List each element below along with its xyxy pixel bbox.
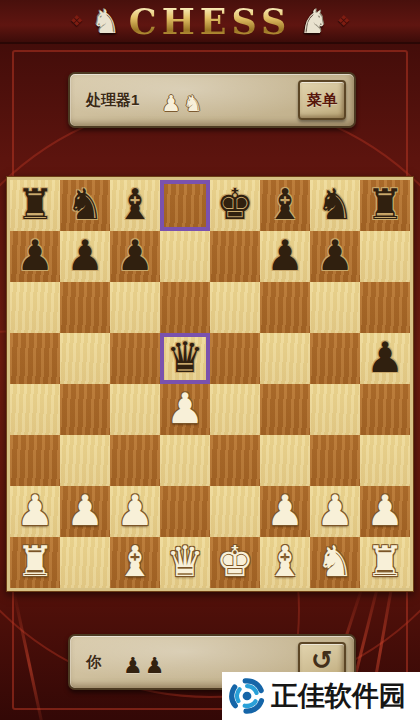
square-e1[interactable]: ♚	[210, 537, 260, 588]
title-bar: ❖ ♞ CHESS ♞ ❖	[0, 0, 420, 44]
square-g1[interactable]: ♞	[310, 537, 360, 588]
square-h2[interactable]: ♟	[360, 486, 410, 537]
square-a2[interactable]: ♟	[10, 486, 60, 537]
captured-white-knight-icon: ♞	[183, 93, 203, 115]
square-d8[interactable]	[160, 180, 210, 231]
black-knight-piece[interactable]: ♞	[66, 184, 104, 226]
captured-black-pawn-icon: ♟	[145, 655, 165, 677]
white-bishop-piece[interactable]: ♝	[266, 541, 304, 583]
opponent-name: 处理器1	[86, 91, 139, 110]
square-c6[interactable]	[110, 282, 160, 333]
white-rook-piece[interactable]: ♜	[366, 541, 404, 583]
black-pawn-piece[interactable]: ♟	[366, 337, 404, 379]
square-b3[interactable]	[60, 435, 110, 486]
square-a5[interactable]	[10, 333, 60, 384]
square-f7[interactable]: ♟	[260, 231, 310, 282]
square-h4[interactable]	[360, 384, 410, 435]
black-pawn-piece[interactable]: ♟	[66, 235, 104, 277]
square-c2[interactable]: ♟	[110, 486, 160, 537]
square-d2[interactable]	[160, 486, 210, 537]
square-g8[interactable]: ♞	[310, 180, 360, 231]
square-b5[interactable]	[60, 333, 110, 384]
white-pawn-piece[interactable]: ♟	[316, 490, 354, 532]
square-e3[interactable]	[210, 435, 260, 486]
knight-icon: ♞	[299, 5, 329, 38]
square-d3[interactable]	[160, 435, 210, 486]
square-f8[interactable]: ♝	[260, 180, 310, 231]
square-a6[interactable]	[10, 282, 60, 333]
watermark-logo-icon	[228, 677, 266, 715]
square-g2[interactable]: ♟	[310, 486, 360, 537]
square-h8[interactable]: ♜	[360, 180, 410, 231]
square-h1[interactable]: ♜	[360, 537, 410, 588]
square-g3[interactable]	[310, 435, 360, 486]
opponent-captured-tray: ♟♞	[161, 85, 202, 115]
black-knight-piece[interactable]: ♞	[316, 184, 354, 226]
square-c3[interactable]	[110, 435, 160, 486]
curtain-streak	[12, 591, 46, 720]
chess-board-frame: ♜♞♝♚♝♞♜♟♟♟♟♟♛♟♟♟♟♟♟♟♟♜♝♛♚♝♞♜	[6, 176, 414, 592]
square-a4[interactable]	[10, 384, 60, 435]
square-e2[interactable]	[210, 486, 260, 537]
square-c4[interactable]	[110, 384, 160, 435]
square-c1[interactable]: ♝	[110, 537, 160, 588]
black-rook-piece[interactable]: ♜	[366, 184, 404, 226]
square-a8[interactable]: ♜	[10, 180, 60, 231]
square-d4[interactable]: ♟	[160, 384, 210, 435]
white-pawn-piece[interactable]: ♟	[366, 490, 404, 532]
square-e6[interactable]	[210, 282, 260, 333]
watermark-text: 正佳软件园	[271, 678, 406, 714]
square-d1[interactable]: ♛	[160, 537, 210, 588]
square-f1[interactable]: ♝	[260, 537, 310, 588]
square-f6[interactable]	[260, 282, 310, 333]
black-pawn-piece[interactable]: ♟	[16, 235, 54, 277]
ornament-icon: ❖	[70, 12, 83, 30]
square-e7[interactable]	[210, 231, 260, 282]
square-e8[interactable]: ♚	[210, 180, 260, 231]
white-knight-piece[interactable]: ♞	[316, 541, 354, 583]
square-d7[interactable]	[160, 231, 210, 282]
ornament-icon: ❖	[337, 12, 350, 30]
square-g5[interactable]	[310, 333, 360, 384]
square-c5[interactable]	[110, 333, 160, 384]
black-bishop-piece[interactable]: ♝	[116, 184, 154, 226]
square-f3[interactable]	[260, 435, 310, 486]
square-a7[interactable]: ♟	[10, 231, 60, 282]
player-captured-tray: ♟♟	[123, 647, 164, 677]
square-b8[interactable]: ♞	[60, 180, 110, 231]
black-pawn-piece[interactable]: ♟	[266, 235, 304, 277]
white-king-piece[interactable]: ♚	[216, 541, 254, 583]
square-f2[interactable]: ♟	[260, 486, 310, 537]
white-bishop-piece[interactable]: ♝	[116, 541, 154, 583]
knight-icon: ♞	[91, 5, 121, 38]
watermark-banner: 正佳软件园	[222, 672, 420, 720]
white-rook-piece[interactable]: ♜	[16, 541, 54, 583]
square-g6[interactable]	[310, 282, 360, 333]
square-d6[interactable]	[160, 282, 210, 333]
square-e4[interactable]	[210, 384, 260, 435]
menu-button[interactable]: 菜单	[298, 80, 346, 120]
white-pawn-piece[interactable]: ♟	[166, 388, 204, 430]
square-g4[interactable]	[310, 384, 360, 435]
white-pawn-piece[interactable]: ♟	[66, 490, 104, 532]
square-e5[interactable]	[210, 333, 260, 384]
undo-icon: ↺	[311, 647, 333, 673]
app-title: CHESS	[129, 4, 291, 39]
square-h7[interactable]	[360, 231, 410, 282]
black-queen-piece[interactable]: ♛	[166, 337, 204, 379]
black-king-piece[interactable]: ♚	[216, 184, 254, 226]
menu-button-label: 菜单	[307, 91, 337, 110]
square-a3[interactable]	[10, 435, 60, 486]
square-h6[interactable]	[360, 282, 410, 333]
square-h3[interactable]	[360, 435, 410, 486]
chess-board[interactable]: ♜♞♝♚♝♞♜♟♟♟♟♟♛♟♟♟♟♟♟♟♟♜♝♛♚♝♞♜	[10, 180, 410, 588]
square-b1[interactable]	[60, 537, 110, 588]
square-f5[interactable]	[260, 333, 310, 384]
square-a1[interactable]: ♜	[10, 537, 60, 588]
square-b7[interactable]: ♟	[60, 231, 110, 282]
square-c7[interactable]: ♟	[110, 231, 160, 282]
square-b6[interactable]	[60, 282, 110, 333]
square-b4[interactable]	[60, 384, 110, 435]
captured-white-pawn-icon: ♟	[161, 93, 181, 115]
chess-app-screen: ❖ ♞ CHESS ♞ ❖ 处理器1 ♟♞ 菜单 ♜♞♝♚♝♞♜♟♟♟♟♟♛♟♟…	[0, 0, 420, 720]
opponent-panel: 处理器1 ♟♞ 菜单	[68, 72, 356, 128]
white-pawn-piece[interactable]: ♟	[266, 490, 304, 532]
square-c8[interactable]: ♝	[110, 180, 160, 231]
square-f4[interactable]	[260, 384, 310, 435]
square-h5[interactable]: ♟	[360, 333, 410, 384]
black-rook-piece[interactable]: ♜	[16, 184, 54, 226]
black-pawn-piece[interactable]: ♟	[316, 235, 354, 277]
square-b2[interactable]: ♟	[60, 486, 110, 537]
square-d5[interactable]: ♛	[160, 333, 210, 384]
white-queen-piece[interactable]: ♛	[166, 541, 204, 583]
white-pawn-piece[interactable]: ♟	[116, 490, 154, 532]
square-g7[interactable]: ♟	[310, 231, 360, 282]
black-bishop-piece[interactable]: ♝	[266, 184, 304, 226]
captured-black-pawn-icon: ♟	[123, 655, 143, 677]
player-name: 你	[86, 653, 101, 672]
black-pawn-piece[interactable]: ♟	[116, 235, 154, 277]
white-pawn-piece[interactable]: ♟	[16, 490, 54, 532]
